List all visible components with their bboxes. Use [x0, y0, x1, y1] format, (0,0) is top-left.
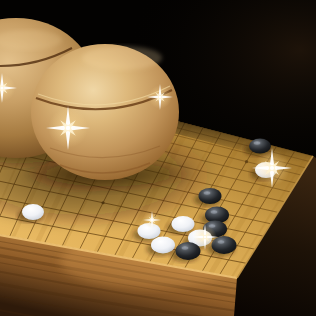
go-photo-scene	[0, 0, 316, 316]
stone-highlight	[211, 210, 218, 213]
stone-highlight	[204, 191, 211, 194]
black-stone[interactable]	[199, 188, 222, 204]
front-bowl[interactable]	[31, 44, 179, 180]
white-stone[interactable]	[151, 237, 175, 254]
stone-highlight	[254, 141, 261, 144]
goban-photo-svg	[0, 0, 316, 316]
hoshi-point	[245, 160, 248, 163]
stone-highlight	[218, 240, 225, 243]
front-bowl-sheen	[82, 46, 162, 70]
white-stone[interactable]	[172, 216, 195, 232]
stone-highlight	[182, 246, 189, 249]
white-stone[interactable]	[22, 204, 44, 220]
